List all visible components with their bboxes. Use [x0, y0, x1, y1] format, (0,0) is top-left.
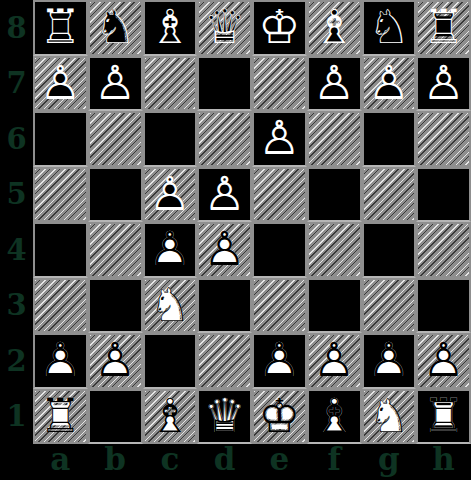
piece-fill-glyph: ♟ — [254, 334, 304, 387]
piece-fill-glyph: ♝ — [145, 390, 195, 443]
square-c4[interactable]: ♟♙ — [143, 222, 198, 278]
piece-fill-glyph: ♟ — [200, 168, 250, 221]
square-b1[interactable] — [88, 389, 143, 445]
file-label-f: f — [307, 444, 362, 480]
rank-label-1: 1 — [0, 389, 33, 445]
black-pawn[interactable]: ♟♙ — [419, 57, 469, 110]
piece-fill-glyph: ♟ — [90, 57, 140, 110]
rank-labels: 87654321 — [0, 0, 33, 444]
piece-outline-glyph: ♙ — [200, 168, 250, 221]
file-label-a: a — [33, 444, 88, 480]
piece-fill-glyph: ♛ — [200, 390, 250, 443]
square-e1[interactable]: ♚♔ — [252, 389, 307, 445]
piece-outline-glyph: ♙ — [90, 57, 140, 110]
black-pawn[interactable]: ♟♙ — [90, 57, 140, 110]
rank-label-2: 2 — [0, 333, 33, 389]
piece-fill-glyph: ♟ — [419, 334, 469, 387]
piece-fill-glyph: ♝ — [309, 390, 359, 443]
white-pawn[interactable]: ♟♙ — [309, 334, 359, 387]
black-queen[interactable]: ♛♕ — [200, 1, 250, 54]
square-h4[interactable] — [416, 222, 471, 278]
white-rook[interactable]: ♜♖ — [35, 390, 85, 443]
square-g8[interactable]: ♞♘ — [362, 0, 417, 56]
piece-outline-glyph: ♙ — [35, 334, 85, 387]
piece-fill-glyph: ♜ — [35, 1, 85, 54]
rank-label-8: 8 — [0, 0, 33, 56]
file-label-g: g — [362, 444, 417, 480]
piece-outline-glyph: ♙ — [364, 57, 414, 110]
white-knight[interactable]: ♞♘ — [145, 279, 195, 332]
square-g5[interactable] — [362, 167, 417, 223]
square-b7[interactable]: ♟♙ — [88, 56, 143, 112]
piece-fill-glyph: ♟ — [254, 112, 304, 165]
piece-fill-glyph: ♚ — [254, 1, 304, 54]
square-f4[interactable] — [307, 222, 362, 278]
square-f6[interactable] — [307, 111, 362, 167]
square-e5[interactable] — [252, 167, 307, 223]
piece-outline-glyph: ♖ — [419, 390, 469, 443]
rank-label-4: 4 — [0, 222, 33, 278]
piece-outline-glyph: ♘ — [364, 1, 414, 54]
square-b3[interactable] — [88, 278, 143, 334]
square-h3[interactable] — [416, 278, 471, 334]
square-h2[interactable]: ♟♙ — [416, 333, 471, 389]
square-e6[interactable]: ♟♙ — [252, 111, 307, 167]
piece-outline-glyph: ♙ — [309, 334, 359, 387]
square-a3[interactable] — [33, 278, 88, 334]
file-label-c: c — [143, 444, 198, 480]
square-d6[interactable] — [197, 111, 252, 167]
file-label-h: h — [416, 444, 471, 480]
piece-fill-glyph: ♛ — [200, 1, 250, 54]
square-e4[interactable] — [252, 222, 307, 278]
square-g1[interactable]: ♞♘ — [362, 389, 417, 445]
piece-fill-glyph: ♚ — [254, 390, 304, 443]
square-f5[interactable] — [307, 167, 362, 223]
white-knight[interactable]: ♞♘ — [364, 390, 414, 443]
square-a7[interactable]: ♟♙ — [33, 56, 88, 112]
black-pawn[interactable]: ♟♙ — [145, 168, 195, 221]
square-h7[interactable]: ♟♙ — [416, 56, 471, 112]
black-pawn[interactable]: ♟♙ — [309, 57, 359, 110]
white-king[interactable]: ♚♔ — [254, 390, 304, 443]
square-d7[interactable] — [197, 56, 252, 112]
piece-outline-glyph: ♘ — [90, 1, 140, 54]
square-b8[interactable]: ♞♘ — [88, 0, 143, 56]
square-c8[interactable]: ♝♗ — [143, 0, 198, 56]
square-c5[interactable]: ♟♙ — [143, 167, 198, 223]
square-f3[interactable] — [307, 278, 362, 334]
piece-fill-glyph: ♞ — [145, 279, 195, 332]
black-pawn[interactable]: ♟♙ — [200, 168, 250, 221]
piece-outline-glyph: ♔ — [254, 1, 304, 54]
square-d4[interactable]: ♟♙ — [197, 222, 252, 278]
square-g4[interactable] — [362, 222, 417, 278]
piece-outline-glyph: ♘ — [364, 390, 414, 443]
file-label-b: b — [88, 444, 143, 480]
white-pawn[interactable]: ♟♙ — [145, 223, 195, 276]
square-g7[interactable]: ♟♙ — [362, 56, 417, 112]
square-f2[interactable]: ♟♙ — [307, 333, 362, 389]
square-b4[interactable] — [88, 222, 143, 278]
piece-fill-glyph: ♟ — [200, 223, 250, 276]
piece-outline-glyph: ♙ — [309, 57, 359, 110]
square-f1[interactable]: ♝♗ — [307, 389, 362, 445]
square-c2[interactable] — [143, 333, 198, 389]
piece-outline-glyph: ♘ — [145, 279, 195, 332]
piece-outline-glyph: ♙ — [419, 57, 469, 110]
piece-fill-glyph: ♜ — [419, 1, 469, 54]
black-knight[interactable]: ♞♘ — [364, 1, 414, 54]
square-d1[interactable]: ♛♕ — [197, 389, 252, 445]
black-pawn[interactable]: ♟♙ — [364, 57, 414, 110]
square-e2[interactable]: ♟♙ — [252, 333, 307, 389]
white-rook[interactable]: ♜♖ — [419, 390, 469, 443]
black-rook[interactable]: ♜♖ — [35, 1, 85, 54]
file-label-e: e — [252, 444, 307, 480]
piece-outline-glyph: ♕ — [200, 390, 250, 443]
piece-fill-glyph: ♟ — [145, 223, 195, 276]
square-h6[interactable] — [416, 111, 471, 167]
file-label-d: d — [197, 444, 252, 480]
piece-outline-glyph: ♗ — [309, 390, 359, 443]
piece-outline-glyph: ♗ — [145, 1, 195, 54]
square-a8[interactable]: ♜♖ — [33, 0, 88, 56]
piece-outline-glyph: ♖ — [35, 390, 85, 443]
piece-fill-glyph: ♟ — [309, 57, 359, 110]
white-bishop[interactable]: ♝♗ — [309, 390, 359, 443]
white-bishop[interactable]: ♝♗ — [145, 390, 195, 443]
square-e7[interactable] — [252, 56, 307, 112]
square-d8[interactable]: ♛♕ — [197, 0, 252, 56]
piece-fill-glyph: ♜ — [35, 390, 85, 443]
square-h5[interactable] — [416, 167, 471, 223]
piece-outline-glyph: ♙ — [145, 223, 195, 276]
black-bishop[interactable]: ♝♗ — [145, 1, 195, 54]
piece-fill-glyph: ♟ — [364, 334, 414, 387]
piece-outline-glyph: ♖ — [35, 1, 85, 54]
black-pawn[interactable]: ♟♙ — [35, 57, 85, 110]
chessboard-app: 87654321 ♜♖♞♘♝♗♛♕♚♔♝♗♞♘♜♖♟♙♟♙♟♙♟♙♟♙♟♙♟♙♟… — [0, 0, 471, 480]
rank-label-3: 3 — [0, 278, 33, 334]
piece-fill-glyph: ♟ — [35, 334, 85, 387]
piece-outline-glyph: ♙ — [145, 168, 195, 221]
square-a1[interactable]: ♜♖ — [33, 389, 88, 445]
square-a4[interactable] — [33, 222, 88, 278]
piece-outline-glyph: ♕ — [200, 1, 250, 54]
rank-label-5: 5 — [0, 167, 33, 223]
square-b2[interactable]: ♟♙ — [88, 333, 143, 389]
piece-fill-glyph: ♞ — [90, 1, 140, 54]
square-f8[interactable]: ♝♗ — [307, 0, 362, 56]
piece-outline-glyph: ♖ — [419, 1, 469, 54]
rank-label-7: 7 — [0, 56, 33, 112]
black-king[interactable]: ♚♔ — [254, 1, 304, 54]
piece-fill-glyph: ♟ — [35, 57, 85, 110]
white-pawn[interactable]: ♟♙ — [200, 223, 250, 276]
square-d2[interactable] — [197, 333, 252, 389]
piece-fill-glyph: ♞ — [364, 390, 414, 443]
piece-outline-glyph: ♙ — [90, 334, 140, 387]
white-pawn[interactable]: ♟♙ — [364, 334, 414, 387]
square-a6[interactable] — [33, 111, 88, 167]
white-pawn[interactable]: ♟♙ — [254, 334, 304, 387]
piece-outline-glyph: ♔ — [254, 390, 304, 443]
black-bishop[interactable]: ♝♗ — [309, 1, 359, 54]
square-d3[interactable] — [197, 278, 252, 334]
piece-outline-glyph: ♙ — [35, 57, 85, 110]
piece-fill-glyph: ♝ — [145, 1, 195, 54]
piece-fill-glyph: ♟ — [309, 334, 359, 387]
black-knight[interactable]: ♞♘ — [90, 1, 140, 54]
rank-label-6: 6 — [0, 111, 33, 167]
square-h1[interactable]: ♜♖ — [416, 389, 471, 445]
square-d5[interactable]: ♟♙ — [197, 167, 252, 223]
square-a2[interactable]: ♟♙ — [33, 333, 88, 389]
file-labels: abcdefgh — [33, 444, 471, 480]
black-pawn[interactable]: ♟♙ — [254, 112, 304, 165]
square-f7[interactable]: ♟♙ — [307, 56, 362, 112]
square-g3[interactable] — [362, 278, 417, 334]
square-b5[interactable] — [88, 167, 143, 223]
square-h8[interactable]: ♜♖ — [416, 0, 471, 56]
piece-outline-glyph: ♙ — [200, 223, 250, 276]
piece-fill-glyph: ♝ — [309, 1, 359, 54]
white-queen[interactable]: ♛♕ — [200, 390, 250, 443]
chess-board[interactable]: ♜♖♞♘♝♗♛♕♚♔♝♗♞♘♜♖♟♙♟♙♟♙♟♙♟♙♟♙♟♙♟♙♟♙♟♙♞♘♟♙… — [33, 0, 471, 444]
square-e3[interactable] — [252, 278, 307, 334]
piece-outline-glyph: ♙ — [254, 334, 304, 387]
square-c3[interactable]: ♞♘ — [143, 278, 198, 334]
piece-outline-glyph: ♙ — [254, 112, 304, 165]
square-b6[interactable] — [88, 111, 143, 167]
square-g6[interactable] — [362, 111, 417, 167]
piece-fill-glyph: ♞ — [364, 1, 414, 54]
square-a5[interactable] — [33, 167, 88, 223]
square-c7[interactable] — [143, 56, 198, 112]
piece-fill-glyph: ♟ — [364, 57, 414, 110]
white-pawn[interactable]: ♟♙ — [419, 334, 469, 387]
piece-outline-glyph: ♙ — [364, 334, 414, 387]
piece-fill-glyph: ♟ — [145, 168, 195, 221]
white-pawn[interactable]: ♟♙ — [35, 334, 85, 387]
white-pawn[interactable]: ♟♙ — [90, 334, 140, 387]
black-rook[interactable]: ♜♖ — [419, 1, 469, 54]
square-g2[interactable]: ♟♙ — [362, 333, 417, 389]
square-c1[interactable]: ♝♗ — [143, 389, 198, 445]
square-e8[interactable]: ♚♔ — [252, 0, 307, 56]
piece-outline-glyph: ♗ — [309, 1, 359, 54]
piece-fill-glyph: ♟ — [90, 334, 140, 387]
piece-outline-glyph: ♙ — [419, 334, 469, 387]
piece-fill-glyph: ♜ — [419, 390, 469, 443]
piece-outline-glyph: ♗ — [145, 390, 195, 443]
square-c6[interactable] — [143, 111, 198, 167]
piece-fill-glyph: ♟ — [419, 57, 469, 110]
